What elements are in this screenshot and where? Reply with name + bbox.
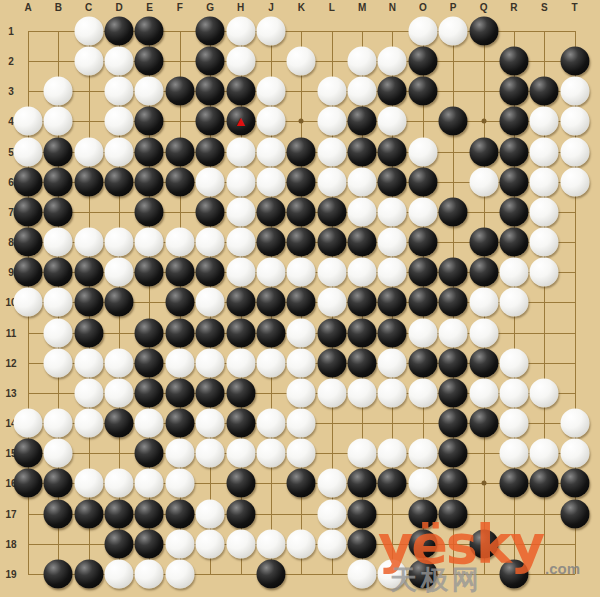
white-stone[interactable] xyxy=(378,107,407,136)
white-stone[interactable] xyxy=(348,378,377,407)
row-label: 18 xyxy=(3,538,19,549)
black-stone[interactable] xyxy=(408,77,437,106)
black-stone[interactable] xyxy=(499,228,528,257)
black-stone[interactable] xyxy=(408,167,437,196)
black-stone[interactable] xyxy=(439,469,468,498)
white-stone[interactable] xyxy=(165,469,194,498)
black-stone[interactable] xyxy=(499,559,528,588)
black-stone[interactable] xyxy=(165,258,194,287)
white-stone[interactable] xyxy=(530,258,559,287)
white-stone[interactable] xyxy=(14,107,43,136)
black-stone[interactable] xyxy=(44,469,73,498)
black-stone[interactable] xyxy=(348,228,377,257)
white-stone[interactable] xyxy=(348,559,377,588)
black-stone[interactable] xyxy=(439,499,468,528)
white-stone[interactable] xyxy=(135,228,164,257)
white-stone[interactable] xyxy=(105,378,134,407)
white-stone[interactable] xyxy=(44,228,73,257)
black-stone[interactable] xyxy=(408,258,437,287)
white-stone[interactable] xyxy=(105,107,134,136)
black-stone[interactable] xyxy=(317,228,346,257)
column-label: E xyxy=(146,2,153,13)
white-stone[interactable] xyxy=(256,409,285,438)
black-stone[interactable] xyxy=(256,318,285,347)
black-stone[interactable] xyxy=(74,318,103,347)
white-stone[interactable] xyxy=(348,439,377,468)
white-stone[interactable] xyxy=(14,137,43,166)
white-stone[interactable] xyxy=(226,228,255,257)
black-stone[interactable] xyxy=(287,228,316,257)
white-stone[interactable] xyxy=(196,409,225,438)
row-label: 2 xyxy=(3,56,19,67)
black-stone[interactable] xyxy=(196,47,225,76)
white-stone[interactable] xyxy=(44,318,73,347)
black-stone[interactable] xyxy=(287,137,316,166)
white-stone[interactable] xyxy=(74,469,103,498)
black-stone[interactable] xyxy=(226,469,255,498)
black-stone[interactable] xyxy=(408,529,437,558)
white-stone[interactable] xyxy=(256,348,285,377)
white-stone[interactable] xyxy=(226,17,255,46)
black-stone[interactable] xyxy=(408,47,437,76)
black-stone[interactable] xyxy=(135,378,164,407)
column-label: T xyxy=(572,2,578,13)
black-stone[interactable] xyxy=(378,318,407,347)
black-stone[interactable] xyxy=(165,167,194,196)
black-stone[interactable] xyxy=(165,409,194,438)
white-stone[interactable] xyxy=(348,197,377,226)
black-stone[interactable] xyxy=(439,288,468,317)
white-stone[interactable] xyxy=(408,378,437,407)
white-stone[interactable] xyxy=(196,167,225,196)
black-stone[interactable] xyxy=(408,499,437,528)
white-stone[interactable] xyxy=(196,348,225,377)
black-stone[interactable] xyxy=(196,258,225,287)
white-stone[interactable] xyxy=(105,258,134,287)
white-stone[interactable] xyxy=(226,167,255,196)
row-label: 19 xyxy=(3,568,19,579)
black-stone[interactable] xyxy=(135,529,164,558)
white-stone[interactable] xyxy=(165,559,194,588)
row-label: 12 xyxy=(3,357,19,368)
white-stone[interactable] xyxy=(287,348,316,377)
white-stone[interactable] xyxy=(408,439,437,468)
go-board[interactable]: ABCDEFGHJKLMNOPQRST 12345678910111213141… xyxy=(0,0,600,597)
column-label: B xyxy=(55,2,62,13)
star-point xyxy=(299,119,304,124)
white-stone[interactable] xyxy=(196,228,225,257)
black-stone[interactable] xyxy=(287,167,316,196)
white-stone[interactable] xyxy=(135,559,164,588)
black-stone[interactable] xyxy=(165,378,194,407)
black-stone[interactable] xyxy=(408,559,437,588)
black-stone[interactable] xyxy=(469,529,498,558)
black-stone[interactable] xyxy=(44,167,73,196)
white-stone[interactable] xyxy=(105,228,134,257)
black-stone[interactable] xyxy=(499,137,528,166)
white-stone[interactable] xyxy=(408,137,437,166)
white-stone[interactable] xyxy=(226,529,255,558)
black-stone[interactable] xyxy=(135,439,164,468)
black-stone[interactable] xyxy=(226,409,255,438)
black-stone[interactable] xyxy=(256,228,285,257)
white-stone[interactable] xyxy=(74,137,103,166)
black-stone[interactable] xyxy=(499,77,528,106)
column-label: Q xyxy=(480,2,488,13)
white-stone[interactable] xyxy=(499,409,528,438)
white-stone[interactable] xyxy=(317,137,346,166)
black-stone[interactable] xyxy=(74,559,103,588)
white-stone[interactable] xyxy=(226,197,255,226)
white-stone[interactable] xyxy=(317,258,346,287)
black-stone[interactable] xyxy=(499,197,528,226)
white-stone[interactable] xyxy=(469,288,498,317)
black-stone[interactable] xyxy=(439,197,468,226)
white-stone[interactable] xyxy=(530,378,559,407)
white-stone[interactable] xyxy=(14,409,43,438)
star-point xyxy=(481,481,486,486)
white-stone[interactable] xyxy=(256,107,285,136)
white-stone[interactable] xyxy=(530,107,559,136)
black-stone[interactable] xyxy=(378,288,407,317)
black-stone[interactable] xyxy=(439,258,468,287)
white-stone[interactable] xyxy=(196,529,225,558)
white-stone[interactable] xyxy=(105,77,134,106)
black-stone[interactable] xyxy=(439,409,468,438)
black-stone[interactable] xyxy=(317,348,346,377)
black-stone[interactable] xyxy=(348,137,377,166)
black-stone[interactable] xyxy=(256,288,285,317)
white-stone[interactable] xyxy=(439,318,468,347)
black-stone[interactable] xyxy=(439,348,468,377)
white-stone[interactable] xyxy=(317,469,346,498)
black-stone[interactable] xyxy=(226,378,255,407)
column-label: L xyxy=(329,2,335,13)
white-stone[interactable] xyxy=(287,529,316,558)
black-stone[interactable] xyxy=(469,409,498,438)
white-stone[interactable] xyxy=(226,137,255,166)
black-stone[interactable] xyxy=(287,288,316,317)
black-stone[interactable] xyxy=(439,439,468,468)
row-label: 3 xyxy=(3,86,19,97)
white-stone[interactable] xyxy=(196,499,225,528)
white-stone[interactable] xyxy=(378,258,407,287)
black-stone[interactable] xyxy=(287,197,316,226)
white-stone[interactable] xyxy=(165,529,194,558)
white-stone[interactable] xyxy=(378,348,407,377)
black-stone[interactable] xyxy=(135,137,164,166)
white-stone[interactable] xyxy=(287,318,316,347)
black-stone[interactable] xyxy=(378,469,407,498)
black-stone[interactable] xyxy=(74,288,103,317)
white-stone[interactable] xyxy=(499,378,528,407)
white-stone[interactable] xyxy=(226,258,255,287)
white-stone[interactable] xyxy=(530,228,559,257)
black-stone[interactable] xyxy=(348,499,377,528)
white-stone[interactable] xyxy=(530,197,559,226)
white-stone[interactable] xyxy=(74,378,103,407)
white-stone[interactable] xyxy=(105,348,134,377)
black-stone[interactable] xyxy=(560,499,589,528)
black-stone[interactable] xyxy=(14,439,43,468)
black-stone[interactable] xyxy=(348,288,377,317)
black-stone[interactable] xyxy=(105,529,134,558)
black-stone[interactable] xyxy=(226,288,255,317)
column-label: G xyxy=(206,2,214,13)
black-stone[interactable] xyxy=(196,137,225,166)
white-stone[interactable] xyxy=(469,318,498,347)
white-stone[interactable] xyxy=(348,258,377,287)
black-stone[interactable] xyxy=(135,17,164,46)
white-stone[interactable] xyxy=(317,499,346,528)
white-stone[interactable] xyxy=(105,469,134,498)
black-stone[interactable] xyxy=(44,137,73,166)
white-stone[interactable] xyxy=(378,378,407,407)
black-stone[interactable] xyxy=(44,499,73,528)
black-stone[interactable] xyxy=(408,288,437,317)
black-stone[interactable] xyxy=(135,107,164,136)
black-stone[interactable] xyxy=(196,77,225,106)
black-stone[interactable] xyxy=(469,137,498,166)
black-stone[interactable] xyxy=(469,228,498,257)
white-stone[interactable] xyxy=(287,378,316,407)
white-stone[interactable] xyxy=(287,47,316,76)
black-stone[interactable] xyxy=(165,137,194,166)
white-stone[interactable] xyxy=(226,348,255,377)
white-stone[interactable] xyxy=(135,409,164,438)
black-stone[interactable] xyxy=(469,348,498,377)
white-stone[interactable] xyxy=(44,77,73,106)
black-stone[interactable] xyxy=(135,258,164,287)
black-stone[interactable] xyxy=(439,107,468,136)
black-stone[interactable] xyxy=(499,47,528,76)
black-stone[interactable] xyxy=(317,197,346,226)
black-stone[interactable] xyxy=(135,318,164,347)
black-stone[interactable] xyxy=(348,348,377,377)
white-stone[interactable] xyxy=(256,137,285,166)
white-stone[interactable] xyxy=(408,17,437,46)
black-stone[interactable] xyxy=(348,318,377,347)
white-stone[interactable] xyxy=(74,228,103,257)
white-stone[interactable] xyxy=(317,529,346,558)
black-stone[interactable] xyxy=(135,47,164,76)
black-stone[interactable] xyxy=(135,167,164,196)
white-stone[interactable] xyxy=(256,258,285,287)
black-stone[interactable] xyxy=(469,17,498,46)
black-stone[interactable] xyxy=(165,77,194,106)
black-stone[interactable] xyxy=(348,469,377,498)
black-stone[interactable] xyxy=(348,529,377,558)
black-stone[interactable] xyxy=(196,318,225,347)
white-stone[interactable] xyxy=(408,318,437,347)
black-stone[interactable] xyxy=(499,167,528,196)
black-stone[interactable] xyxy=(378,167,407,196)
black-stone[interactable] xyxy=(105,167,134,196)
black-stone[interactable] xyxy=(226,318,255,347)
black-stone[interactable] xyxy=(74,258,103,287)
black-stone[interactable] xyxy=(14,469,43,498)
black-stone[interactable] xyxy=(105,499,134,528)
white-stone[interactable] xyxy=(74,348,103,377)
row-label: 13 xyxy=(3,387,19,398)
black-stone[interactable] xyxy=(560,469,589,498)
black-stone[interactable] xyxy=(165,499,194,528)
black-stone[interactable] xyxy=(469,258,498,287)
column-label: M xyxy=(358,2,366,13)
white-stone[interactable] xyxy=(196,288,225,317)
white-stone[interactable] xyxy=(256,529,285,558)
white-stone[interactable] xyxy=(560,77,589,106)
black-stone[interactable] xyxy=(14,258,43,287)
white-stone[interactable] xyxy=(105,137,134,166)
white-stone[interactable] xyxy=(287,439,316,468)
black-stone[interactable] xyxy=(499,469,528,498)
black-stone[interactable] xyxy=(14,228,43,257)
white-stone[interactable] xyxy=(439,17,468,46)
white-stone[interactable] xyxy=(530,167,559,196)
white-stone[interactable] xyxy=(408,469,437,498)
column-label: D xyxy=(115,2,122,13)
white-stone[interactable] xyxy=(348,47,377,76)
white-stone[interactable] xyxy=(560,439,589,468)
black-stone[interactable] xyxy=(135,499,164,528)
white-stone[interactable] xyxy=(408,197,437,226)
black-stone[interactable] xyxy=(287,469,316,498)
black-stone[interactable] xyxy=(408,348,437,377)
black-stone[interactable] xyxy=(226,499,255,528)
row-label: 1 xyxy=(3,26,19,37)
white-stone[interactable] xyxy=(378,228,407,257)
white-stone[interactable] xyxy=(135,77,164,106)
column-label: O xyxy=(419,2,427,13)
black-stone[interactable] xyxy=(14,167,43,196)
black-stone[interactable] xyxy=(165,288,194,317)
white-stone[interactable] xyxy=(165,439,194,468)
white-stone[interactable] xyxy=(135,469,164,498)
white-stone[interactable] xyxy=(378,197,407,226)
white-stone[interactable] xyxy=(348,77,377,106)
white-stone[interactable] xyxy=(499,348,528,377)
black-stone[interactable] xyxy=(74,167,103,196)
white-stone[interactable] xyxy=(14,288,43,317)
row-label: 11 xyxy=(3,327,19,338)
white-stone[interactable] xyxy=(105,47,134,76)
white-stone[interactable] xyxy=(44,439,73,468)
last-move-triangle-marker: ▲ xyxy=(234,114,248,128)
black-stone[interactable] xyxy=(439,378,468,407)
black-stone[interactable] xyxy=(196,378,225,407)
white-stone[interactable] xyxy=(560,107,589,136)
white-stone[interactable] xyxy=(74,409,103,438)
black-stone[interactable] xyxy=(348,107,377,136)
white-stone[interactable] xyxy=(74,17,103,46)
white-stone[interactable] xyxy=(317,288,346,317)
white-stone[interactable] xyxy=(226,47,255,76)
white-stone[interactable] xyxy=(196,439,225,468)
black-stone[interactable] xyxy=(74,499,103,528)
black-stone[interactable] xyxy=(256,559,285,588)
white-stone[interactable] xyxy=(256,17,285,46)
white-stone[interactable] xyxy=(165,228,194,257)
black-stone[interactable] xyxy=(378,137,407,166)
white-stone[interactable] xyxy=(469,378,498,407)
white-stone[interactable] xyxy=(44,107,73,136)
column-label: S xyxy=(541,2,548,13)
black-stone[interactable] xyxy=(196,17,225,46)
black-stone[interactable] xyxy=(560,47,589,76)
white-stone[interactable] xyxy=(499,439,528,468)
column-label: K xyxy=(298,2,305,13)
white-stone[interactable] xyxy=(317,77,346,106)
white-stone[interactable] xyxy=(499,288,528,317)
white-stone[interactable] xyxy=(317,378,346,407)
black-stone[interactable] xyxy=(105,288,134,317)
star-point xyxy=(481,119,486,124)
white-stone[interactable] xyxy=(530,439,559,468)
black-stone[interactable] xyxy=(499,107,528,136)
white-stone[interactable] xyxy=(378,439,407,468)
black-stone[interactable] xyxy=(408,228,437,257)
white-stone[interactable] xyxy=(530,137,559,166)
white-stone[interactable] xyxy=(287,409,316,438)
black-stone[interactable] xyxy=(44,559,73,588)
black-stone[interactable] xyxy=(135,197,164,226)
white-stone[interactable] xyxy=(560,137,589,166)
white-stone[interactable] xyxy=(226,439,255,468)
black-stone[interactable] xyxy=(105,17,134,46)
white-stone[interactable] xyxy=(469,167,498,196)
white-stone[interactable] xyxy=(44,409,73,438)
white-stone[interactable] xyxy=(378,47,407,76)
white-stone[interactable] xyxy=(378,559,407,588)
black-stone[interactable] xyxy=(196,197,225,226)
white-stone[interactable] xyxy=(348,167,377,196)
white-stone[interactable] xyxy=(317,107,346,136)
black-stone[interactable] xyxy=(226,77,255,106)
black-stone[interactable] xyxy=(256,197,285,226)
white-stone[interactable] xyxy=(74,47,103,76)
black-stone[interactable] xyxy=(135,348,164,377)
black-stone[interactable] xyxy=(105,409,134,438)
white-stone[interactable] xyxy=(317,167,346,196)
black-stone[interactable] xyxy=(317,318,346,347)
column-label: F xyxy=(177,2,183,13)
black-stone[interactable] xyxy=(44,258,73,287)
white-stone[interactable] xyxy=(105,559,134,588)
column-label: N xyxy=(389,2,396,13)
black-stone[interactable]: ▲ xyxy=(226,107,255,136)
black-stone[interactable] xyxy=(530,469,559,498)
white-stone[interactable] xyxy=(256,77,285,106)
black-stone[interactable] xyxy=(14,197,43,226)
white-stone[interactable] xyxy=(44,348,73,377)
column-label: P xyxy=(450,2,457,13)
white-stone[interactable] xyxy=(44,288,73,317)
white-stone[interactable] xyxy=(560,167,589,196)
column-label: C xyxy=(85,2,92,13)
black-stone[interactable] xyxy=(44,197,73,226)
white-stone[interactable] xyxy=(165,348,194,377)
white-stone[interactable] xyxy=(499,258,528,287)
white-stone[interactable] xyxy=(560,409,589,438)
white-stone[interactable] xyxy=(256,439,285,468)
black-stone[interactable] xyxy=(196,107,225,136)
black-stone[interactable] xyxy=(165,318,194,347)
white-stone[interactable] xyxy=(256,167,285,196)
black-stone[interactable] xyxy=(378,77,407,106)
black-stone[interactable] xyxy=(530,77,559,106)
white-stone[interactable] xyxy=(287,258,316,287)
